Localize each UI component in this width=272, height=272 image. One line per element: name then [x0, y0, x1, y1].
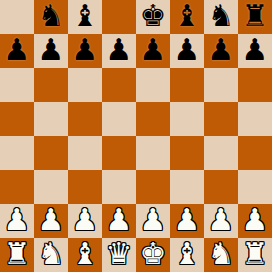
square-h8[interactable]: ♜	[238, 0, 272, 34]
white-pawn: ♟	[72, 204, 99, 237]
square-d7[interactable]: ♟	[102, 34, 136, 68]
white-pawn: ♟	[4, 204, 31, 237]
square-f4[interactable]	[170, 136, 204, 170]
square-d8[interactable]	[102, 0, 136, 34]
square-h4[interactable]	[238, 136, 272, 170]
square-d4[interactable]	[102, 136, 136, 170]
square-b2[interactable]: ♟	[34, 204, 68, 238]
black-knight: ♞	[38, 0, 65, 33]
square-h5[interactable]	[238, 102, 272, 136]
white-queen: ♛	[106, 238, 133, 271]
white-rook: ♜	[4, 238, 31, 271]
square-c2[interactable]: ♟	[68, 204, 102, 238]
white-king: ♚	[140, 238, 167, 271]
square-f6[interactable]	[170, 68, 204, 102]
square-f1[interactable]: ♝	[170, 238, 204, 272]
square-g6[interactable]	[204, 68, 238, 102]
square-c7[interactable]: ♟	[68, 34, 102, 68]
square-g2[interactable]: ♟	[204, 204, 238, 238]
square-a7[interactable]: ♟	[0, 34, 34, 68]
white-pawn: ♟	[140, 204, 167, 237]
square-h6[interactable]	[238, 68, 272, 102]
square-e6[interactable]	[136, 68, 170, 102]
white-knight: ♞	[208, 238, 235, 271]
square-h2[interactable]: ♟	[238, 204, 272, 238]
square-e1[interactable]: ♚	[136, 238, 170, 272]
square-c8[interactable]: ♝	[68, 0, 102, 34]
black-knight: ♞	[208, 0, 235, 33]
black-pawn: ♟	[140, 34, 167, 67]
black-bishop: ♝	[174, 0, 201, 33]
square-c6[interactable]	[68, 68, 102, 102]
square-e5[interactable]	[136, 102, 170, 136]
square-b6[interactable]	[34, 68, 68, 102]
black-bishop: ♝	[72, 0, 99, 33]
square-a8[interactable]	[0, 0, 34, 34]
square-c3[interactable]	[68, 170, 102, 204]
square-a4[interactable]	[0, 136, 34, 170]
white-bishop: ♝	[72, 238, 99, 271]
square-a5[interactable]	[0, 102, 34, 136]
white-knight: ♞	[38, 238, 65, 271]
square-a1[interactable]: ♜	[0, 238, 34, 272]
black-pawn: ♟	[4, 34, 31, 67]
square-h1[interactable]: ♜	[238, 238, 272, 272]
square-g8[interactable]: ♞	[204, 0, 238, 34]
square-h7[interactable]: ♟	[238, 34, 272, 68]
square-b5[interactable]	[34, 102, 68, 136]
white-pawn: ♟	[208, 204, 235, 237]
square-e3[interactable]	[136, 170, 170, 204]
white-rook: ♜	[242, 238, 269, 271]
square-d5[interactable]	[102, 102, 136, 136]
square-b4[interactable]	[34, 136, 68, 170]
square-e8[interactable]: ♚	[136, 0, 170, 34]
black-pawn: ♟	[38, 34, 65, 67]
square-f5[interactable]	[170, 102, 204, 136]
square-g5[interactable]	[204, 102, 238, 136]
square-b1[interactable]: ♞	[34, 238, 68, 272]
square-b7[interactable]: ♟	[34, 34, 68, 68]
square-d2[interactable]: ♟	[102, 204, 136, 238]
square-b8[interactable]: ♞	[34, 0, 68, 34]
square-g7[interactable]: ♟	[204, 34, 238, 68]
square-d6[interactable]	[102, 68, 136, 102]
square-c1[interactable]: ♝	[68, 238, 102, 272]
white-bishop: ♝	[174, 238, 201, 271]
square-d1[interactable]: ♛	[102, 238, 136, 272]
square-e7[interactable]: ♟	[136, 34, 170, 68]
square-f2[interactable]: ♟	[170, 204, 204, 238]
square-f7[interactable]: ♟	[170, 34, 204, 68]
white-pawn: ♟	[174, 204, 201, 237]
black-pawn: ♟	[174, 34, 201, 67]
chess-board: ♞♝♚♝♞♜♟♟♟♟♟♟♟♟♟♟♟♟♟♟♟♟♜♞♝♛♚♝♞♜	[0, 0, 272, 272]
white-pawn: ♟	[38, 204, 65, 237]
black-pawn: ♟	[72, 34, 99, 67]
black-pawn: ♟	[242, 34, 269, 67]
white-pawn: ♟	[106, 204, 133, 237]
black-rook: ♜	[242, 0, 269, 33]
square-f3[interactable]	[170, 170, 204, 204]
square-e4[interactable]	[136, 136, 170, 170]
square-d3[interactable]	[102, 170, 136, 204]
square-c4[interactable]	[68, 136, 102, 170]
square-a2[interactable]: ♟	[0, 204, 34, 238]
white-pawn: ♟	[242, 204, 269, 237]
square-g3[interactable]	[204, 170, 238, 204]
square-c5[interactable]	[68, 102, 102, 136]
black-pawn: ♟	[106, 34, 133, 67]
square-a6[interactable]	[0, 68, 34, 102]
square-f8[interactable]: ♝	[170, 0, 204, 34]
black-pawn: ♟	[208, 34, 235, 67]
square-g4[interactable]	[204, 136, 238, 170]
square-g1[interactable]: ♞	[204, 238, 238, 272]
square-e2[interactable]: ♟	[136, 204, 170, 238]
square-b3[interactable]	[34, 170, 68, 204]
square-h3[interactable]	[238, 170, 272, 204]
square-a3[interactable]	[0, 170, 34, 204]
black-king: ♚	[140, 0, 167, 33]
